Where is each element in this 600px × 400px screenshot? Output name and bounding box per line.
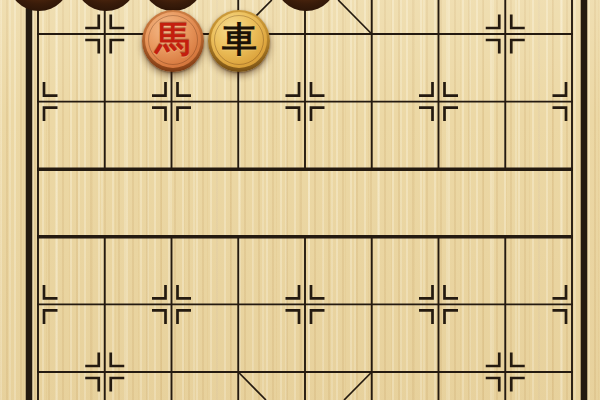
piece-face: 馬 bbox=[145, 12, 201, 68]
piece-cropped-piece-b[interactable] bbox=[75, 0, 137, 11]
piece-face: 車 bbox=[211, 12, 267, 68]
piece-black-chariot[interactable]: 車 bbox=[208, 10, 270, 72]
piece-glyph: 車 bbox=[222, 22, 257, 57]
piece-glyph: 馬 bbox=[155, 22, 190, 57]
xiangqi-board[interactable]: 馬車 bbox=[0, 0, 600, 400]
pieces-layer: 馬車 bbox=[0, 0, 600, 400]
piece-cropped-piece-d[interactable] bbox=[275, 0, 337, 11]
piece-red-horse[interactable]: 馬 bbox=[142, 10, 204, 72]
piece-cropped-piece-a[interactable] bbox=[8, 0, 70, 11]
